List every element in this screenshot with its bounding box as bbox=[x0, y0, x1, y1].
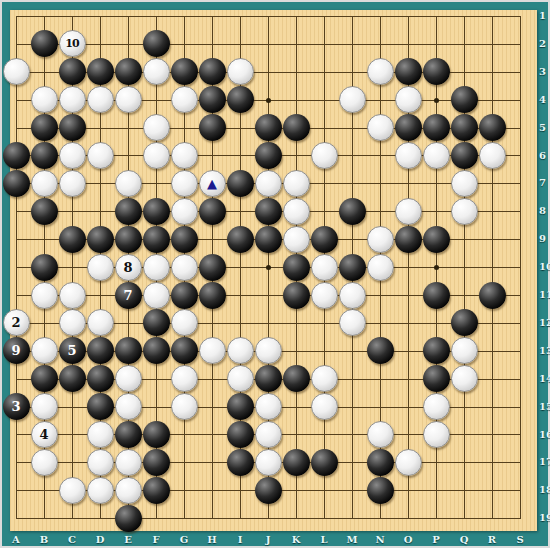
col-label-M: M bbox=[345, 534, 359, 545]
row-label-1: 1 bbox=[539, 10, 546, 22]
stone-D3 bbox=[87, 58, 114, 85]
stone-P15 bbox=[423, 393, 450, 420]
stone-R6 bbox=[479, 142, 506, 169]
stone-M11 bbox=[339, 282, 366, 309]
stone-H4 bbox=[199, 86, 226, 113]
go-board: 10▲8729534 bbox=[10, 10, 537, 531]
stone-M4 bbox=[339, 86, 366, 113]
stone-E3 bbox=[115, 58, 142, 85]
stone-F12 bbox=[143, 309, 170, 336]
stone-F3 bbox=[143, 58, 170, 85]
stone-J7 bbox=[255, 170, 282, 197]
stone-P16 bbox=[423, 421, 450, 448]
stone-N5 bbox=[367, 114, 394, 141]
stone-J6 bbox=[255, 142, 282, 169]
stone-D4 bbox=[87, 86, 114, 113]
stone-E11: 7 bbox=[115, 282, 142, 309]
move-number-label: 9 bbox=[11, 344, 20, 357]
stone-P5 bbox=[423, 114, 450, 141]
stone-A6 bbox=[3, 142, 30, 169]
row-label-2: 2 bbox=[539, 38, 546, 50]
row-label-19: 19 bbox=[539, 512, 550, 524]
row-label-4: 4 bbox=[539, 94, 546, 106]
stone-E14 bbox=[115, 365, 142, 392]
stone-G11 bbox=[171, 282, 198, 309]
stone-O9 bbox=[395, 226, 422, 253]
col-label-P: P bbox=[429, 534, 443, 545]
col-label-R: R bbox=[485, 534, 499, 545]
stone-E15 bbox=[115, 393, 142, 420]
stone-J13 bbox=[255, 337, 282, 364]
stone-F17 bbox=[143, 449, 170, 476]
stone-M10 bbox=[339, 254, 366, 281]
stone-M8 bbox=[339, 198, 366, 225]
stone-P11 bbox=[423, 282, 450, 309]
stone-Q12 bbox=[451, 309, 478, 336]
stone-Q4 bbox=[451, 86, 478, 113]
row-label-13: 13 bbox=[539, 345, 550, 357]
stone-I16 bbox=[227, 421, 254, 448]
stone-Q5 bbox=[451, 114, 478, 141]
col-label-N: N bbox=[373, 534, 387, 545]
stone-Q13 bbox=[451, 337, 478, 364]
stone-F6 bbox=[143, 142, 170, 169]
stone-A15: 3 bbox=[3, 393, 30, 420]
stone-H5 bbox=[199, 114, 226, 141]
stone-P9 bbox=[423, 226, 450, 253]
row-label-8: 8 bbox=[539, 205, 546, 217]
stone-N13 bbox=[367, 337, 394, 364]
col-label-A: A bbox=[9, 534, 23, 545]
stone-I13 bbox=[227, 337, 254, 364]
stone-B17 bbox=[31, 449, 58, 476]
stone-D12 bbox=[87, 309, 114, 336]
stone-C2: 10 bbox=[59, 30, 86, 57]
col-label-B: B bbox=[37, 534, 51, 545]
stone-C12 bbox=[59, 309, 86, 336]
stone-F13 bbox=[143, 337, 170, 364]
stone-A13: 9 bbox=[3, 337, 30, 364]
row-label-12: 12 bbox=[539, 317, 550, 329]
stone-O17 bbox=[395, 449, 422, 476]
stone-F2 bbox=[143, 30, 170, 57]
move-number-label: 5 bbox=[67, 344, 76, 357]
go-app-window: 10▲8729534 ABCDEFGHIJKLMNOPQRS1234567891… bbox=[0, 0, 550, 548]
stone-E7 bbox=[115, 170, 142, 197]
stone-F10 bbox=[143, 254, 170, 281]
stone-K14 bbox=[283, 365, 310, 392]
stone-O8 bbox=[395, 198, 422, 225]
stone-B5 bbox=[31, 114, 58, 141]
star-point bbox=[266, 98, 271, 103]
stone-L9 bbox=[311, 226, 338, 253]
board-grid-surface[interactable]: 10▲8729534 bbox=[16, 16, 521, 519]
star-point bbox=[434, 265, 439, 270]
move-number-label: 3 bbox=[11, 400, 20, 413]
stone-I14 bbox=[227, 365, 254, 392]
stone-N10 bbox=[367, 254, 394, 281]
stone-D9 bbox=[87, 226, 114, 253]
stone-C18 bbox=[59, 477, 86, 504]
col-label-J: J bbox=[261, 534, 275, 545]
move-number-label: 4 bbox=[39, 428, 48, 441]
col-label-E: E bbox=[121, 534, 135, 545]
stone-A7 bbox=[3, 170, 30, 197]
stone-N9 bbox=[367, 226, 394, 253]
stone-H3 bbox=[199, 58, 226, 85]
move-number-label: 7 bbox=[123, 289, 132, 302]
stone-J9 bbox=[255, 226, 282, 253]
stone-P13 bbox=[423, 337, 450, 364]
stone-B8 bbox=[31, 198, 58, 225]
col-label-L: L bbox=[317, 534, 331, 545]
col-label-C: C bbox=[65, 534, 79, 545]
stone-F16 bbox=[143, 421, 170, 448]
stone-E4 bbox=[115, 86, 142, 113]
stone-R5 bbox=[479, 114, 506, 141]
stone-L6 bbox=[311, 142, 338, 169]
stone-E8 bbox=[115, 198, 142, 225]
move-number-label: 8 bbox=[123, 261, 132, 274]
row-label-11: 11 bbox=[539, 289, 550, 301]
stone-B7 bbox=[31, 170, 58, 197]
stone-B11 bbox=[31, 282, 58, 309]
row-label-7: 7 bbox=[539, 177, 546, 189]
stone-K7 bbox=[283, 170, 310, 197]
stone-H11 bbox=[199, 282, 226, 309]
stone-H10 bbox=[199, 254, 226, 281]
stone-C11 bbox=[59, 282, 86, 309]
stone-J16 bbox=[255, 421, 282, 448]
col-label-I: I bbox=[233, 534, 247, 545]
stone-K11 bbox=[283, 282, 310, 309]
stone-B10 bbox=[31, 254, 58, 281]
stone-B14 bbox=[31, 365, 58, 392]
stone-D18 bbox=[87, 477, 114, 504]
col-label-F: F bbox=[149, 534, 163, 545]
move-number-label: 10 bbox=[65, 38, 78, 49]
stone-J5 bbox=[255, 114, 282, 141]
star-point bbox=[266, 265, 271, 270]
stone-G10 bbox=[171, 254, 198, 281]
stone-A12: 2 bbox=[3, 309, 30, 336]
stone-M12 bbox=[339, 309, 366, 336]
stone-A3 bbox=[3, 58, 30, 85]
stone-R11 bbox=[479, 282, 506, 309]
stone-L11 bbox=[311, 282, 338, 309]
row-label-18: 18 bbox=[539, 484, 550, 496]
stone-J17 bbox=[255, 449, 282, 476]
stone-J14 bbox=[255, 365, 282, 392]
row-label-3: 3 bbox=[539, 66, 546, 78]
stone-G14 bbox=[171, 365, 198, 392]
stone-Q7 bbox=[451, 170, 478, 197]
row-label-14: 14 bbox=[539, 373, 550, 385]
stone-C6 bbox=[59, 142, 86, 169]
stone-E10: 8 bbox=[115, 254, 142, 281]
stone-K10 bbox=[283, 254, 310, 281]
stone-C7 bbox=[59, 170, 86, 197]
stone-D16 bbox=[87, 421, 114, 448]
stone-P14 bbox=[423, 365, 450, 392]
stone-I3 bbox=[227, 58, 254, 85]
stone-G8 bbox=[171, 198, 198, 225]
stone-J8 bbox=[255, 198, 282, 225]
stone-L14 bbox=[311, 365, 338, 392]
stone-G4 bbox=[171, 86, 198, 113]
stone-N16 bbox=[367, 421, 394, 448]
stone-D17 bbox=[87, 449, 114, 476]
stone-E17 bbox=[115, 449, 142, 476]
stone-K9 bbox=[283, 226, 310, 253]
stone-J18 bbox=[255, 477, 282, 504]
col-label-K: K bbox=[289, 534, 303, 545]
stone-N18 bbox=[367, 477, 394, 504]
stone-D6 bbox=[87, 142, 114, 169]
stone-I4 bbox=[227, 86, 254, 113]
stone-E18 bbox=[115, 477, 142, 504]
stone-D15 bbox=[87, 393, 114, 420]
stone-Q6 bbox=[451, 142, 478, 169]
stone-E9 bbox=[115, 226, 142, 253]
stone-G7 bbox=[171, 170, 198, 197]
stone-C14 bbox=[59, 365, 86, 392]
stone-N3 bbox=[367, 58, 394, 85]
row-label-9: 9 bbox=[539, 233, 546, 245]
stone-F18 bbox=[143, 477, 170, 504]
row-label-10: 10 bbox=[539, 261, 550, 273]
stone-K17 bbox=[283, 449, 310, 476]
stone-C4 bbox=[59, 86, 86, 113]
row-label-15: 15 bbox=[539, 401, 550, 413]
stone-F9 bbox=[143, 226, 170, 253]
stone-B13 bbox=[31, 337, 58, 364]
stone-O5 bbox=[395, 114, 422, 141]
row-label-6: 6 bbox=[539, 150, 546, 162]
row-label-16: 16 bbox=[539, 429, 550, 441]
star-point bbox=[434, 98, 439, 103]
stone-H13 bbox=[199, 337, 226, 364]
stone-I15 bbox=[227, 393, 254, 420]
stone-I9 bbox=[227, 226, 254, 253]
col-label-S: S bbox=[513, 534, 527, 545]
col-label-D: D bbox=[93, 534, 107, 545]
row-label-5: 5 bbox=[539, 122, 546, 134]
stone-K5 bbox=[283, 114, 310, 141]
stone-D10 bbox=[87, 254, 114, 281]
stone-B2 bbox=[31, 30, 58, 57]
stone-G6 bbox=[171, 142, 198, 169]
stone-H8 bbox=[199, 198, 226, 225]
stone-G3 bbox=[171, 58, 198, 85]
stone-O6 bbox=[395, 142, 422, 169]
stone-F5 bbox=[143, 114, 170, 141]
stone-C13: 5 bbox=[59, 337, 86, 364]
stone-B16: 4 bbox=[31, 421, 58, 448]
stone-H7: ▲ bbox=[199, 170, 226, 197]
stone-B6 bbox=[31, 142, 58, 169]
stone-P6 bbox=[423, 142, 450, 169]
stone-Q14 bbox=[451, 365, 478, 392]
col-label-O: O bbox=[401, 534, 415, 545]
stone-E13 bbox=[115, 337, 142, 364]
col-label-Q: Q bbox=[457, 534, 471, 545]
stone-O3 bbox=[395, 58, 422, 85]
stone-B15 bbox=[31, 393, 58, 420]
stone-G15 bbox=[171, 393, 198, 420]
stone-E16 bbox=[115, 421, 142, 448]
stone-C5 bbox=[59, 114, 86, 141]
col-label-H: H bbox=[205, 534, 219, 545]
stone-I7 bbox=[227, 170, 254, 197]
row-label-17: 17 bbox=[539, 456, 550, 468]
stone-G9 bbox=[171, 226, 198, 253]
stone-D13 bbox=[87, 337, 114, 364]
stone-I17 bbox=[227, 449, 254, 476]
triangle-marker-icon: ▲ bbox=[207, 177, 217, 190]
stone-N17 bbox=[367, 449, 394, 476]
stone-G12 bbox=[171, 309, 198, 336]
stone-B4 bbox=[31, 86, 58, 113]
stone-L17 bbox=[311, 449, 338, 476]
col-label-G: G bbox=[177, 534, 191, 545]
stone-L15 bbox=[311, 393, 338, 420]
stone-F11 bbox=[143, 282, 170, 309]
stone-L10 bbox=[311, 254, 338, 281]
stone-O4 bbox=[395, 86, 422, 113]
stone-K8 bbox=[283, 198, 310, 225]
stone-C3 bbox=[59, 58, 86, 85]
stone-J15 bbox=[255, 393, 282, 420]
stone-F8 bbox=[143, 198, 170, 225]
stone-G13 bbox=[171, 337, 198, 364]
stone-D14 bbox=[87, 365, 114, 392]
stone-E19 bbox=[115, 505, 142, 532]
move-number-label: 2 bbox=[11, 316, 20, 329]
stone-C9 bbox=[59, 226, 86, 253]
stone-P3 bbox=[423, 58, 450, 85]
stone-Q8 bbox=[451, 198, 478, 225]
